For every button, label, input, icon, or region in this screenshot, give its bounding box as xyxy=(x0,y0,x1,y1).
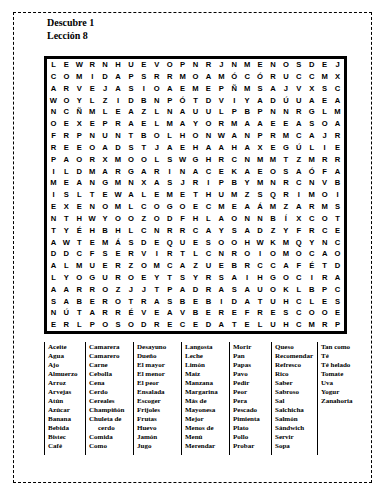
grid-cell: J xyxy=(331,59,344,71)
grid-cell: T xyxy=(137,142,150,154)
grid-cell: E xyxy=(189,319,202,331)
grid-cell: N xyxy=(86,130,99,142)
word-item: Peor xyxy=(233,388,270,397)
grid-cell: Z xyxy=(189,260,202,272)
grid-cell: J xyxy=(124,284,137,296)
grid-cell: Ú xyxy=(279,94,292,106)
grid-cell: R xyxy=(150,319,163,331)
grid-cell: O xyxy=(99,201,112,213)
grid-cell: O xyxy=(112,213,125,225)
grid-cell: B xyxy=(176,296,189,308)
grid-cell: H xyxy=(189,213,202,225)
grid-cell: Z xyxy=(137,106,150,118)
word-item: Café xyxy=(48,442,84,451)
grid-cell: A xyxy=(215,284,228,296)
grid-cell: E xyxy=(150,189,163,201)
grid-cell: C xyxy=(254,260,267,272)
grid-cell: O xyxy=(47,118,60,130)
grid-cell: Q xyxy=(163,236,176,248)
grid-cell: C xyxy=(47,71,60,83)
grid-cell: E xyxy=(73,201,86,213)
grid-cell: R xyxy=(318,272,331,284)
grid-cell: B xyxy=(228,177,241,189)
grid-cell: E xyxy=(254,59,267,71)
grid-cell: A xyxy=(47,284,60,296)
grid-cell: O xyxy=(137,154,150,166)
grid-cell: I xyxy=(228,94,241,106)
grid-cell: N xyxy=(267,59,280,71)
grid-cell: P xyxy=(318,284,331,296)
grid-cell: C xyxy=(292,71,305,83)
grid-cell: C xyxy=(292,177,305,189)
grid-cell: V xyxy=(137,248,150,260)
word-item: Pedir xyxy=(233,379,270,388)
grid-cell: R xyxy=(215,118,228,130)
word-item: Mejor xyxy=(185,415,228,424)
grid-cell: Z xyxy=(99,94,112,106)
grid-cell: M xyxy=(305,189,318,201)
grid-cell: H xyxy=(241,236,254,248)
word-column-3: DesayunoDueñoEl mayorEl menorEl peorEnsa… xyxy=(133,342,181,455)
grid-cell: X xyxy=(305,83,318,95)
grid-cell: L xyxy=(86,94,99,106)
grid-cell: M xyxy=(241,59,254,71)
grid-cell: L xyxy=(124,201,137,213)
grid-cell: Ó xyxy=(254,71,267,83)
grid-cell: N xyxy=(318,236,331,248)
grid-cell: F xyxy=(176,213,189,225)
grid-cell: Y xyxy=(73,94,86,106)
grid-cell: S xyxy=(112,319,125,331)
grid-cell: Ó xyxy=(305,165,318,177)
grid-cell: L xyxy=(99,106,112,118)
grid-cell: E xyxy=(150,236,163,248)
grid-cell: Y xyxy=(60,225,73,237)
grid-cell: K xyxy=(228,165,241,177)
word-item: Cebolla xyxy=(89,370,132,379)
grid-cell: U xyxy=(99,272,112,284)
grid-cell: A xyxy=(292,201,305,213)
grid-cell: A xyxy=(292,165,305,177)
grid-cell: D xyxy=(137,236,150,248)
grid-cell: F xyxy=(318,165,331,177)
grid-cell: M xyxy=(150,260,163,272)
grid-cell: A xyxy=(241,296,254,308)
grid-cell: M xyxy=(228,118,241,130)
grid-cell: I xyxy=(318,142,331,154)
grid-cell: R xyxy=(331,154,344,166)
grid-cell: E xyxy=(318,59,331,71)
grid-cell: N xyxy=(305,177,318,189)
word-item: Cereales xyxy=(89,397,132,406)
grid-cell: C xyxy=(228,154,241,166)
grid-cell: N xyxy=(47,213,60,225)
word-item: Zanahoria xyxy=(321,397,351,406)
grid-cell: S xyxy=(292,59,305,71)
lesson-title: Lección 8 xyxy=(47,30,94,43)
grid-cell: O xyxy=(150,213,163,225)
grid-cell: K xyxy=(279,284,292,296)
grid-cell: T xyxy=(331,213,344,225)
grid-cell: J xyxy=(215,59,228,71)
word-item: Sopa xyxy=(275,442,316,451)
grid-cell: R xyxy=(241,260,254,272)
word-item: Cerdo xyxy=(89,388,132,397)
grid-cell: O xyxy=(86,142,99,154)
grid-cell: O xyxy=(60,94,73,106)
grid-cell: N xyxy=(176,165,189,177)
grid-cell: N xyxy=(86,201,99,213)
grid-cell: R xyxy=(137,296,150,308)
grid-cell: T xyxy=(60,213,73,225)
grid-cell: L xyxy=(60,165,73,177)
grid-cell: R xyxy=(215,154,228,166)
word-item: Tomate xyxy=(321,370,351,379)
worksheet-page: Descubre 1 Lección 8 LEWRNHUEVOPNRJNMENO… xyxy=(0,0,386,500)
grid-cell: B xyxy=(331,177,344,189)
word-item: Pescado xyxy=(233,406,270,415)
grid-cell: A xyxy=(99,165,112,177)
grid-cell: A xyxy=(292,118,305,130)
word-item: Pollo xyxy=(233,433,270,442)
grid-cell: O xyxy=(99,319,112,331)
grid-cell: S xyxy=(137,71,150,83)
grid-cell: A xyxy=(137,165,150,177)
grid-cell: É xyxy=(73,225,86,237)
grid-cell: A xyxy=(86,307,99,319)
grid-cell: E xyxy=(331,225,344,237)
grid-cell: R xyxy=(112,260,125,272)
grid-cell: R xyxy=(112,118,125,130)
word-item: Arvejas xyxy=(48,388,84,397)
grid-cell: D xyxy=(60,248,73,260)
grid-cell: M xyxy=(47,177,60,189)
word-item: Té helado xyxy=(321,361,351,370)
grid-cell: N xyxy=(163,106,176,118)
grid-cell: J xyxy=(279,83,292,95)
grid-cell: U xyxy=(176,236,189,248)
grid-cell: C xyxy=(305,71,318,83)
grid-cell: A xyxy=(331,272,344,284)
grid-cell: S xyxy=(163,296,176,308)
grid-cell: A xyxy=(47,83,60,95)
grid-cell: P xyxy=(228,106,241,118)
grid-cell: H xyxy=(176,130,189,142)
grid-cell: O xyxy=(241,248,254,260)
grid-cell: D xyxy=(202,319,215,331)
grid-cell: E xyxy=(137,118,150,130)
grid-cell: N xyxy=(279,106,292,118)
word-item: Comida xyxy=(89,433,132,442)
grid-cell: A xyxy=(99,142,112,154)
grid-cell: A xyxy=(241,201,254,213)
grid-cell: E xyxy=(163,319,176,331)
grid-cell: H xyxy=(279,319,292,331)
grid-cell: A xyxy=(112,71,125,83)
grid-cell: H xyxy=(202,154,215,166)
word-item: Ajo xyxy=(48,361,84,370)
grid-cell: N xyxy=(215,248,228,260)
grid-cell: C xyxy=(241,71,254,83)
grid-cell: E xyxy=(228,307,241,319)
grid-cell: A xyxy=(241,165,254,177)
grid-cell: I xyxy=(241,272,254,284)
grid-cell: A xyxy=(202,142,215,154)
grid-cell: Y xyxy=(189,118,202,130)
word-item: Sándwich xyxy=(275,424,316,433)
grid-cell: A xyxy=(163,307,176,319)
grid-cell: U xyxy=(202,106,215,118)
grid-cell: L xyxy=(47,59,60,71)
grid-cell: E xyxy=(47,319,60,331)
grid-cell: E xyxy=(189,201,202,213)
grid-cell: R xyxy=(60,319,73,331)
grid-cell: L xyxy=(215,106,228,118)
grid-cell: R xyxy=(202,284,215,296)
grid-cell: M xyxy=(305,154,318,166)
grid-cell: O xyxy=(215,236,228,248)
grid-cell: T xyxy=(228,319,241,331)
grid-cell: E xyxy=(215,165,228,177)
grid-cell: M xyxy=(254,154,267,166)
grid-cell: M xyxy=(267,154,280,166)
grid-cell: X xyxy=(137,177,150,189)
grid-cell: Y xyxy=(150,272,163,284)
grid-cell: C xyxy=(331,284,344,296)
grid-cell: C xyxy=(267,260,280,272)
grid-cell: L xyxy=(305,296,318,308)
grid-cell: Ñ xyxy=(228,83,241,95)
word-item: Pimienta xyxy=(233,415,270,424)
grid-cell: É xyxy=(305,260,318,272)
grid-cell: E xyxy=(112,248,125,260)
grid-cell: D xyxy=(202,94,215,106)
grid-cell: A xyxy=(318,248,331,260)
grid-cell: M xyxy=(99,236,112,248)
grid-cell: E xyxy=(241,319,254,331)
word-item: Menú xyxy=(185,433,228,442)
grid-cell: R xyxy=(189,177,202,189)
grid-cell: X xyxy=(292,213,305,225)
grid-cell: P xyxy=(176,59,189,71)
grid-cell: O xyxy=(60,71,73,83)
grid-cell: R xyxy=(318,319,331,331)
grid-cell: E xyxy=(267,142,280,154)
grid-cell: T xyxy=(163,272,176,284)
grid-cell: E xyxy=(176,83,189,95)
grid-cell: V xyxy=(150,59,163,71)
grid-cell: D xyxy=(189,284,202,296)
grid-cell: Q xyxy=(267,189,280,201)
grid-cell: E xyxy=(176,189,189,201)
grid-cell: O xyxy=(305,307,318,319)
grid-cell: B xyxy=(267,213,280,225)
grid-cell: L xyxy=(124,225,137,237)
word-item: El mayor xyxy=(137,361,180,370)
grid-cell: M xyxy=(318,71,331,83)
grid-cell: P xyxy=(215,177,228,189)
grid-cell: R xyxy=(73,284,86,296)
grid-cell: W xyxy=(112,189,125,201)
word-item: Sal xyxy=(275,397,316,406)
grid-cell: A xyxy=(241,225,254,237)
grid-cell: R xyxy=(112,307,125,319)
grid-cell: Y xyxy=(215,225,228,237)
grid-cell: C xyxy=(292,319,305,331)
word-item: Almuerzo xyxy=(48,370,84,379)
grid-cell: S xyxy=(254,189,267,201)
grid-cell: A xyxy=(241,142,254,154)
grid-cell: J xyxy=(176,177,189,189)
grid-cell: G xyxy=(99,177,112,189)
grid-cell: X xyxy=(73,118,86,130)
grid-cell: T xyxy=(189,94,202,106)
grid-cell: I xyxy=(292,189,305,201)
grid-cell: T xyxy=(47,225,60,237)
grid-cell: L xyxy=(189,248,202,260)
grid-cell: I xyxy=(112,94,125,106)
grid-cell: W xyxy=(60,236,73,248)
grid-cell: P xyxy=(254,106,267,118)
grid-cell: S xyxy=(124,83,137,95)
word-item: Desayuno xyxy=(137,343,180,352)
grid-cell: O xyxy=(124,213,137,225)
grid-cell: C xyxy=(163,260,176,272)
grid-cell: T xyxy=(86,189,99,201)
grid-cell: C xyxy=(305,248,318,260)
grid-cell: D xyxy=(305,59,318,71)
grid-cell: R xyxy=(176,225,189,237)
word-item: Salchicha xyxy=(275,406,316,415)
grid-cell: O xyxy=(137,260,150,272)
grid-cell: A xyxy=(254,118,267,130)
grid-cell: R xyxy=(163,248,176,260)
word-item: Té xyxy=(321,352,351,361)
title-block: Descubre 1 Lección 8 xyxy=(47,17,94,42)
grid-cell: N xyxy=(47,307,60,319)
grid-cell: S xyxy=(202,236,215,248)
grid-cell: A xyxy=(60,284,73,296)
grid-cell: Ó xyxy=(176,94,189,106)
grid-cell: S xyxy=(215,272,228,284)
grid-cell: C xyxy=(202,201,215,213)
grid-cell: X xyxy=(254,142,267,154)
grid-cell: N xyxy=(112,130,125,142)
grid-cell: I xyxy=(47,189,60,201)
grid-cell: A xyxy=(163,83,176,95)
grid-cell: H xyxy=(112,59,125,71)
grid-cell: O xyxy=(331,248,344,260)
grid-cell: O xyxy=(150,201,163,213)
grid-cell: A xyxy=(331,94,344,106)
grid-cell: E xyxy=(86,236,99,248)
word-item: Jugo xyxy=(137,442,180,451)
grid-cell: E xyxy=(202,307,215,319)
grid-cell: J xyxy=(99,83,112,95)
grid-cell: A xyxy=(47,260,60,272)
word-item: Queso xyxy=(275,343,316,352)
word-item: Más de xyxy=(185,397,228,406)
grid-cell: S xyxy=(331,296,344,308)
grid-cell: J xyxy=(137,284,150,296)
grid-cell: S xyxy=(47,296,60,308)
grid-cell: N xyxy=(47,106,60,118)
grid-cell: R xyxy=(99,296,112,308)
grid-cell: D xyxy=(254,225,267,237)
grid-cell: N xyxy=(254,213,267,225)
grid-cell: E xyxy=(189,296,202,308)
word-item: Pera xyxy=(233,397,270,406)
grid-cell: Ñ xyxy=(73,106,86,118)
grid-cell: O xyxy=(318,118,331,130)
grid-cell: E xyxy=(267,118,280,130)
grid-cell: L xyxy=(73,189,86,201)
grid-cell: L xyxy=(254,319,267,331)
grid-cell: X xyxy=(99,154,112,166)
word-item: Pan xyxy=(233,352,270,361)
grid-cell: M xyxy=(305,319,318,331)
grid-cell: P xyxy=(86,319,99,331)
grid-cell: F xyxy=(47,130,60,142)
grid-cell: D xyxy=(228,296,241,308)
grid-cell: D xyxy=(267,94,280,106)
grid-cell: O xyxy=(112,296,125,308)
grid-cell: M xyxy=(163,189,176,201)
grid-cell: R xyxy=(60,130,73,142)
grid-cell: T xyxy=(73,307,86,319)
grid-cell: C xyxy=(176,319,189,331)
grid-cell: A xyxy=(189,165,202,177)
grid-cell: N xyxy=(241,154,254,166)
grid-cell: A xyxy=(279,260,292,272)
grid-cell: M xyxy=(86,106,99,118)
grid-cell: R xyxy=(163,225,176,237)
grid-cell: Z xyxy=(279,201,292,213)
grid-cell: A xyxy=(124,106,137,118)
grid-cell: K xyxy=(267,236,280,248)
grid-cell: I xyxy=(202,177,215,189)
grid-cell: C xyxy=(305,213,318,225)
grid-cell: F xyxy=(292,260,305,272)
word-column-7: Tan comoTéTé heladoTomateUvaYogurZanahor… xyxy=(317,342,352,455)
grid-cell: O xyxy=(279,272,292,284)
grid-cell: T xyxy=(124,130,137,142)
word-item: Langosta xyxy=(185,343,228,352)
grid-cell: A xyxy=(150,296,163,308)
grid-cell: N xyxy=(241,130,254,142)
grid-cell: L xyxy=(150,106,163,118)
grid-cell: Z xyxy=(112,284,125,296)
grid-cell: T xyxy=(73,236,86,248)
grid-cell: E xyxy=(99,189,112,201)
grid-cell: M xyxy=(112,177,125,189)
grid-cell: M xyxy=(112,154,125,166)
grid-cell: R xyxy=(305,225,318,237)
grid-cell: N xyxy=(267,106,280,118)
grid-cell: Y xyxy=(60,272,73,284)
grid-cell: C xyxy=(73,248,86,260)
word-item: Plato xyxy=(233,424,270,433)
word-item: Aceite xyxy=(48,343,84,352)
grid-cell: W xyxy=(47,94,60,106)
grid-cell: G xyxy=(163,201,176,213)
grid-cell: I xyxy=(137,83,150,95)
grid-cell: D xyxy=(99,71,112,83)
grid-cell: G xyxy=(124,165,137,177)
grid-cell: Q xyxy=(292,236,305,248)
grid-cell: B xyxy=(202,296,215,308)
grid-cell: V xyxy=(137,307,150,319)
